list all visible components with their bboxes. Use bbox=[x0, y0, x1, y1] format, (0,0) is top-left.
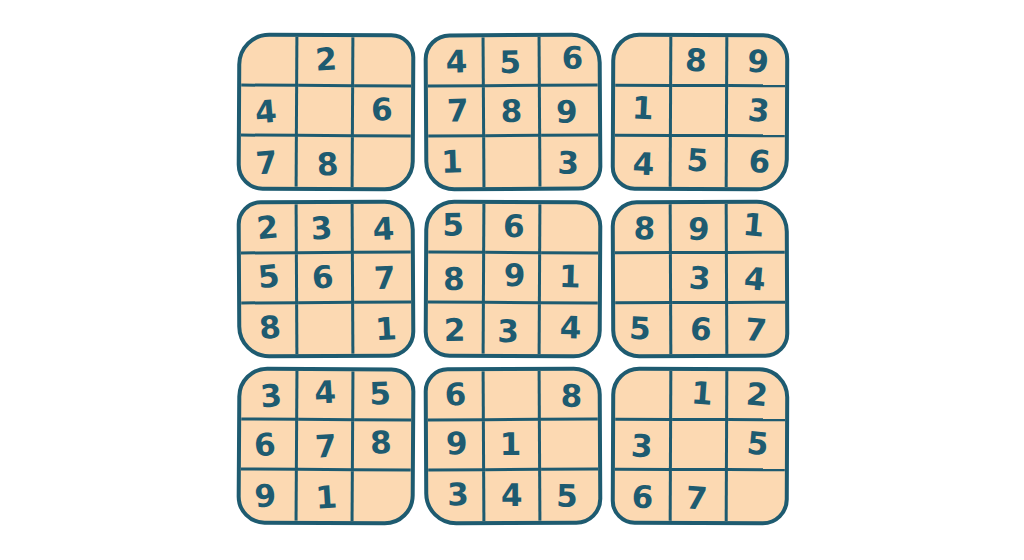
sudoku-cell-r1c9[interactable]: 9 bbox=[728, 37, 785, 87]
sudoku-board: 2467845678913891345623456781568912348913… bbox=[237, 33, 789, 525]
given-digit: 1 bbox=[374, 313, 397, 345]
given-digit: 4 bbox=[632, 148, 655, 180]
given-digit: 3 bbox=[309, 212, 333, 244]
sudoku-cell-r2c6[interactable]: 9 bbox=[541, 86, 598, 136]
given-digit: 2 bbox=[745, 378, 769, 411]
sudoku-cell-r5c4[interactable]: 8 bbox=[428, 254, 485, 304]
sudoku-cell-r7c5[interactable] bbox=[484, 371, 541, 421]
sudoku-cell-r2c4[interactable]: 7 bbox=[428, 87, 485, 137]
sudoku-cell-r9c3[interactable] bbox=[354, 471, 411, 521]
sudoku-cell-r1c1[interactable] bbox=[241, 37, 298, 87]
given-digit: 5 bbox=[685, 144, 709, 176]
sudoku-cell-r9c1[interactable]: 9 bbox=[241, 470, 298, 520]
given-digit: 6 bbox=[311, 261, 335, 293]
sudoku-cell-r4c8[interactable]: 9 bbox=[671, 204, 728, 254]
sudoku-box-6: 89134567 bbox=[611, 200, 790, 359]
given-digit: 9 bbox=[446, 428, 468, 460]
given-digit: 6 bbox=[370, 94, 393, 126]
sudoku-cell-r6c2[interactable] bbox=[298, 304, 355, 354]
sudoku-cell-r2c9[interactable]: 3 bbox=[728, 87, 785, 137]
sudoku-cell-r7c2[interactable]: 4 bbox=[298, 371, 355, 421]
given-digit: 1 bbox=[558, 261, 580, 293]
given-digit: 3 bbox=[688, 262, 712, 294]
given-digit: 4 bbox=[559, 312, 581, 344]
given-digit: 1 bbox=[500, 429, 522, 460]
sudoku-cell-r5c8[interactable]: 3 bbox=[672, 254, 729, 304]
sudoku-cell-r3c9[interactable]: 6 bbox=[728, 137, 785, 187]
sudoku-box-3: 8913456 bbox=[611, 33, 790, 192]
sudoku-box-4: 23456781 bbox=[237, 200, 416, 359]
given-digit: 6 bbox=[561, 42, 583, 73]
sudoku-cell-r8c2[interactable]: 7 bbox=[298, 421, 355, 471]
sudoku-cell-r6c8[interactable]: 6 bbox=[672, 304, 729, 354]
sudoku-cell-r7c1[interactable]: 3 bbox=[241, 370, 298, 420]
sudoku-cell-r4c6[interactable] bbox=[541, 204, 598, 254]
given-digit: 1 bbox=[631, 92, 654, 124]
given-digit: 3 bbox=[497, 315, 519, 346]
given-digit: 9 bbox=[556, 96, 578, 127]
sudoku-cell-r3c6[interactable]: 3 bbox=[541, 136, 598, 186]
sudoku-cell-r3c2[interactable]: 8 bbox=[297, 137, 354, 187]
given-digit: 8 bbox=[633, 213, 656, 245]
given-digit: 1 bbox=[314, 481, 337, 513]
sudoku-cell-r9c2[interactable]: 1 bbox=[297, 471, 354, 521]
given-digit: 3 bbox=[557, 147, 579, 178]
sudoku-cell-r4c5[interactable]: 6 bbox=[485, 204, 542, 254]
sudoku-cell-r2c5[interactable]: 8 bbox=[485, 87, 542, 137]
sudoku-cell-r3c8[interactable]: 5 bbox=[671, 137, 728, 187]
given-digit: 2 bbox=[443, 314, 465, 345]
sudoku-cell-r5c7[interactable] bbox=[615, 254, 672, 304]
sudoku-cell-r9c5[interactable]: 4 bbox=[485, 471, 542, 521]
given-digit: 8 bbox=[369, 427, 392, 459]
sudoku-cell-r5c9[interactable]: 4 bbox=[728, 254, 785, 304]
sudoku-cell-r4c4[interactable]: 5 bbox=[428, 204, 485, 254]
sudoku-cell-r1c2[interactable]: 2 bbox=[298, 37, 355, 87]
sudoku-box-5: 56891234 bbox=[424, 200, 603, 359]
given-digit: 7 bbox=[447, 95, 469, 127]
given-digit: 3 bbox=[746, 94, 770, 127]
given-digit: 2 bbox=[255, 211, 279, 244]
sudoku-cell-r9c7[interactable]: 6 bbox=[615, 471, 672, 521]
sudoku-cell-r9c9[interactable] bbox=[728, 471, 785, 521]
sudoku-box-1: 24678 bbox=[237, 33, 416, 192]
page-background: 2467845678913891345623456781568912348913… bbox=[0, 0, 1024, 560]
given-digit: 7 bbox=[684, 482, 708, 514]
given-digit: 5 bbox=[499, 47, 521, 78]
sudoku-cell-r6c6[interactable]: 4 bbox=[541, 304, 598, 354]
sudoku-cell-r7c8[interactable]: 1 bbox=[672, 371, 729, 421]
sudoku-cell-r4c9[interactable]: 1 bbox=[728, 204, 785, 254]
sudoku-box-2: 45678913 bbox=[424, 32, 603, 191]
sudoku-cell-r9c6[interactable]: 5 bbox=[541, 471, 598, 521]
given-digit: 3 bbox=[630, 430, 653, 462]
given-digit: 4 bbox=[501, 479, 523, 510]
sudoku-cell-r8c9[interactable]: 5 bbox=[728, 421, 785, 471]
given-digit: 2 bbox=[314, 43, 337, 75]
sudoku-cell-r2c2[interactable] bbox=[298, 87, 355, 137]
given-digit: 8 bbox=[258, 311, 282, 344]
given-digit: 9 bbox=[504, 260, 526, 291]
given-digit: 6 bbox=[689, 313, 713, 345]
given-digit: 7 bbox=[254, 146, 278, 179]
sudoku-cell-r6c3[interactable]: 1 bbox=[354, 304, 411, 354]
given-digit: 1 bbox=[741, 209, 765, 242]
given-digit: 7 bbox=[744, 313, 768, 346]
given-digit: 8 bbox=[315, 148, 338, 180]
given-digit: 8 bbox=[684, 44, 708, 76]
sudoku-cell-r2c8[interactable] bbox=[672, 87, 729, 137]
sudoku-cell-r2c1[interactable]: 4 bbox=[241, 87, 298, 137]
given-digit: 3 bbox=[447, 478, 469, 510]
sudoku-box-9: 123567 bbox=[611, 367, 790, 526]
given-digit: 9 bbox=[746, 45, 770, 78]
sudoku-cell-r8c4[interactable]: 9 bbox=[428, 421, 485, 471]
sudoku-cell-r1c5[interactable]: 5 bbox=[484, 37, 541, 87]
sudoku-cell-r8c3[interactable]: 8 bbox=[354, 421, 411, 471]
given-digit: 5 bbox=[556, 480, 578, 511]
given-digit: 3 bbox=[259, 380, 283, 413]
given-digit: 6 bbox=[503, 211, 525, 242]
given-digit: 6 bbox=[444, 379, 466, 411]
sudoku-cell-r7c4[interactable]: 6 bbox=[428, 371, 485, 421]
given-digit: 9 bbox=[687, 213, 711, 245]
given-digit: 4 bbox=[743, 263, 767, 296]
sudoku-cell-r7c3[interactable]: 5 bbox=[354, 371, 411, 421]
given-digit: 4 bbox=[313, 376, 336, 408]
given-digit: 9 bbox=[253, 479, 277, 512]
sudoku-cell-r4c3[interactable]: 4 bbox=[354, 204, 411, 254]
sudoku-cell-r7c9[interactable]: 2 bbox=[728, 371, 785, 421]
sudoku-cell-r4c2[interactable]: 3 bbox=[297, 204, 354, 254]
sudoku-cell-r1c6[interactable]: 6 bbox=[541, 36, 598, 86]
sudoku-cell-r6c7[interactable]: 5 bbox=[615, 304, 672, 354]
given-digit: 4 bbox=[372, 213, 395, 245]
given-digit: 8 bbox=[501, 96, 523, 127]
sudoku-cell-r8c1[interactable]: 6 bbox=[241, 420, 298, 470]
given-digit: 6 bbox=[253, 429, 277, 462]
given-digit: 5 bbox=[745, 427, 769, 460]
sudoku-cell-r5c3[interactable]: 7 bbox=[354, 254, 411, 304]
sudoku-cell-r8c6[interactable] bbox=[541, 421, 598, 471]
sudoku-cell-r4c7[interactable]: 8 bbox=[615, 204, 672, 254]
sudoku-cell-r9c8[interactable]: 7 bbox=[671, 471, 728, 521]
given-digit: 7 bbox=[373, 262, 396, 294]
sudoku-cell-r3c7[interactable]: 4 bbox=[615, 137, 672, 187]
sudoku-cell-r1c7[interactable] bbox=[615, 37, 672, 87]
sudoku-cell-r7c6[interactable]: 8 bbox=[541, 371, 598, 421]
sudoku-cell-r3c4[interactable]: 1 bbox=[428, 137, 485, 187]
sudoku-cell-r8c8[interactable] bbox=[672, 421, 729, 471]
given-digit: 7 bbox=[314, 430, 337, 462]
given-digit: 5 bbox=[442, 209, 464, 240]
given-digit: 4 bbox=[254, 96, 278, 129]
sudoku-cell-r3c5[interactable] bbox=[485, 137, 542, 187]
sudoku-cell-r8c7[interactable]: 3 bbox=[615, 421, 672, 471]
sudoku-cell-r1c3[interactable] bbox=[354, 37, 411, 87]
given-digit: 1 bbox=[441, 146, 463, 178]
sudoku-cell-r2c3[interactable]: 6 bbox=[354, 87, 411, 137]
sudoku-box-8: 6891345 bbox=[424, 367, 603, 526]
sudoku-cell-r6c4[interactable]: 2 bbox=[428, 304, 485, 354]
sudoku-cell-r8c5[interactable]: 1 bbox=[485, 421, 542, 471]
sudoku-cell-r1c8[interactable]: 8 bbox=[672, 37, 729, 87]
given-digit: 6 bbox=[747, 145, 771, 178]
sudoku-box-7: 34567891 bbox=[237, 366, 416, 525]
sudoku-cell-r9c4[interactable]: 3 bbox=[428, 471, 485, 521]
given-digit: 5 bbox=[369, 378, 392, 410]
sudoku-cell-r6c5[interactable]: 3 bbox=[484, 304, 541, 354]
sudoku-cell-r5c1[interactable]: 5 bbox=[241, 254, 298, 304]
sudoku-cell-r3c1[interactable]: 7 bbox=[241, 137, 298, 187]
given-digit: 1 bbox=[690, 377, 714, 409]
sudoku-cell-r6c9[interactable]: 7 bbox=[728, 304, 785, 354]
sudoku-cell-r5c2[interactable]: 6 bbox=[298, 254, 355, 304]
sudoku-cell-r5c5[interactable]: 9 bbox=[485, 254, 542, 304]
sudoku-cell-r6c1[interactable]: 8 bbox=[241, 304, 298, 354]
sudoku-cell-r7c7[interactable] bbox=[615, 371, 672, 421]
given-digit: 5 bbox=[257, 260, 281, 293]
given-digit: 8 bbox=[443, 264, 465, 295]
sudoku-cell-r1c4[interactable]: 4 bbox=[428, 37, 485, 87]
given-digit: 5 bbox=[629, 312, 652, 344]
given-digit: 6 bbox=[631, 481, 654, 513]
sudoku-cell-r3c3[interactable] bbox=[354, 137, 411, 187]
sudoku-cell-r5c6[interactable]: 1 bbox=[541, 254, 598, 304]
sudoku-cell-r2c7[interactable]: 1 bbox=[615, 87, 672, 137]
given-digit: 4 bbox=[445, 46, 467, 78]
given-digit: 8 bbox=[560, 381, 582, 412]
sudoku-cell-r4c1[interactable]: 2 bbox=[241, 204, 298, 254]
